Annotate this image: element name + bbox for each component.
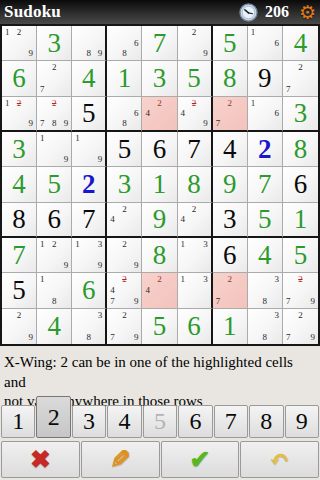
cell-r6c5[interactable]: 9: [142, 203, 177, 238]
digit-button-5[interactable]: 5: [143, 405, 177, 438]
pencil-mark-8: 8: [263, 333, 268, 342]
cell-r9c6[interactable]: 6: [178, 309, 213, 344]
cell-r2c4[interactable]: 1: [107, 61, 142, 96]
pencil-marks: 24: [142, 97, 176, 130]
cell-r6c7[interactable]: 3: [213, 203, 248, 238]
pencil-mark-1: 1: [5, 28, 10, 37]
cell-r7c7[interactable]: 6: [213, 238, 248, 273]
pencil-mark-1: 1: [75, 240, 80, 249]
pencil-mark-3: 3: [203, 240, 208, 249]
cell-r1c9[interactable]: 4: [283, 26, 318, 61]
pencil-marks: 38: [72, 309, 105, 344]
cell-r6c8[interactable]: 5: [248, 203, 283, 238]
pencil-mark-8: 8: [122, 49, 127, 58]
pencil-mark-4: 4: [110, 286, 115, 295]
pencil-mark-2: 2: [298, 311, 303, 320]
pencil-mark-2: 2: [227, 275, 232, 284]
solved-digit: 6: [187, 313, 201, 340]
red-x-icon: ✖: [30, 447, 51, 472]
pencil-mark-2: 2: [157, 275, 162, 284]
pencil-marks: 279: [107, 309, 141, 344]
cell-r6c6[interactable]: 24: [178, 203, 213, 238]
pencil-mark-1: 1: [5, 99, 10, 108]
pencil-mark-1: 1: [251, 28, 256, 37]
pencil-mark-3: 3: [274, 275, 279, 284]
solved-digit: 8: [187, 171, 201, 198]
solved-digit: 3: [12, 136, 26, 163]
cell-r8c9[interactable]: 279: [283, 273, 318, 308]
cell-r4c7[interactable]: 4: [213, 132, 248, 167]
cell-r6c3[interactable]: 7: [72, 203, 107, 238]
solved-digit: 7: [12, 242, 26, 269]
pencil-marks: 29: [178, 26, 211, 60]
cell-r9c9[interactable]: 279: [283, 309, 318, 344]
pencil-marks: 19: [72, 132, 105, 166]
cell-r4c9[interactable]: 8: [283, 132, 318, 167]
given-digit: 6: [153, 136, 167, 163]
cell-r3c4[interactable]: 68: [107, 97, 142, 132]
pencil-marks: 27: [213, 273, 247, 307]
undo-button[interactable]: ↶: [240, 441, 319, 478]
pencil-mark-4: 4: [145, 286, 150, 295]
cell-r9c2[interactable]: 4: [37, 309, 72, 344]
cell-r1c1[interactable]: 129: [2, 26, 37, 61]
cell-r9c1[interactable]: 29: [2, 309, 37, 344]
given-digit: 6: [223, 242, 237, 269]
solved-digit: 5: [223, 30, 237, 57]
pencil-mark-7: 7: [286, 297, 291, 306]
pencil-mark-7: 7: [110, 297, 115, 306]
cell-r1c6[interactable]: 29: [178, 26, 213, 61]
cell-r5c1[interactable]: 4: [2, 167, 37, 202]
pencil-marks: 29: [2, 309, 36, 344]
cell-r4c6[interactable]: 7: [178, 132, 213, 167]
given-digit: 5: [118, 136, 132, 163]
given-digit: 8: [12, 206, 26, 233]
pencil-mark-9: 9: [310, 297, 315, 306]
pencil-mark-9: 9: [64, 261, 69, 270]
pencil-mark-7: 7: [40, 85, 45, 94]
pencil-mark-9: 9: [29, 119, 34, 128]
pencil-marks: 29: [107, 238, 141, 272]
cell-r1c2[interactable]: 3: [37, 26, 72, 61]
solved-digit: 5: [47, 171, 61, 198]
pencil-marks: 139: [72, 238, 105, 272]
cell-r5c3[interactable]: 2: [72, 167, 107, 202]
pencil-marks: 129: [2, 97, 36, 130]
pencil-mark-1: 1: [40, 134, 45, 143]
pencil-mark-9: 9: [310, 333, 315, 342]
pencil-mark-7: 7: [110, 333, 115, 342]
cell-r1c5[interactable]: 7: [142, 26, 177, 61]
solved-digit: 6: [12, 65, 26, 92]
solved-digit: 8: [223, 65, 237, 92]
cell-r7c6[interactable]: 13: [178, 238, 213, 273]
solved-digit: 9: [153, 206, 167, 233]
app-title: Sudoku: [4, 2, 61, 22]
cell-r3c7[interactable]: 27: [213, 97, 248, 132]
recent-digit: 2: [82, 171, 96, 198]
cell-r4c4[interactable]: 5: [107, 132, 142, 167]
cell-r8c4[interactable]: 2479: [107, 273, 142, 308]
pencil-mark-2: 2: [227, 99, 232, 108]
pencil-marks: 24: [142, 273, 176, 307]
sudoku-board[interactable]: 1293896872951646274135892712927895682424…: [0, 24, 320, 346]
pencil-mark-2: 2: [157, 99, 162, 108]
pencil-marks: 129: [37, 238, 71, 272]
solved-digit: 9: [223, 171, 237, 198]
pencil-mark-9: 9: [98, 155, 103, 164]
cell-r3c5[interactable]: 24: [142, 97, 177, 132]
pencil-mark-9: 9: [134, 261, 139, 270]
cell-r7c4[interactable]: 29: [107, 238, 142, 273]
pencil-marks: 24: [178, 203, 211, 236]
pencil-marks: 89: [72, 26, 105, 60]
solved-digit: 5: [153, 313, 167, 340]
cell-r3c2[interactable]: 2789: [37, 97, 72, 132]
cell-r2c1[interactable]: 6: [2, 61, 37, 96]
pencil-mark-8: 8: [87, 333, 92, 342]
cell-r8c7[interactable]: 27: [213, 273, 248, 308]
pencil-mark-9: 9: [134, 297, 139, 306]
solved-digit: 5: [187, 65, 201, 92]
pencil-mark-9: 9: [203, 49, 208, 58]
solved-digit: 4: [82, 65, 96, 92]
pencil-mark-9: 9: [29, 49, 34, 58]
pencil-mark-9: 9: [64, 119, 69, 128]
pencil-mark-6: 6: [274, 39, 279, 48]
solved-digit: 1: [118, 65, 132, 92]
pencil-marks: 13: [178, 238, 211, 272]
cell-r7c9[interactable]: 5: [283, 238, 318, 273]
cell-r8c3[interactable]: 6: [72, 273, 107, 308]
pencil-mark-2: 2: [192, 28, 197, 37]
pencil-mark-8: 8: [122, 119, 127, 128]
given-digit: 7: [82, 206, 96, 233]
pencil-mark-7: 7: [286, 85, 291, 94]
cell-r9c5[interactable]: 5: [142, 309, 177, 344]
cell-r7c5[interactable]: 8: [142, 238, 177, 273]
pencil-marks: 27: [283, 61, 318, 95]
cell-r5c2[interactable]: 5: [37, 167, 72, 202]
pencil-mark-1: 1: [251, 99, 256, 108]
pencil-marks: 27: [37, 61, 71, 95]
digit-button-6[interactable]: 6: [178, 405, 212, 438]
pencil-marks: 279: [283, 273, 318, 307]
pencil-mark-3: 3: [98, 240, 103, 249]
pencil-mark-3: 3: [98, 311, 103, 320]
pencil-mark-9: 9: [203, 119, 208, 128]
solved-digit: 3: [118, 171, 132, 198]
pencil-mark-2-eliminated: 2: [122, 275, 127, 284]
cell-r2c8[interactable]: 9: [248, 61, 283, 96]
pencil-mark-4: 4: [145, 109, 150, 118]
pencil-marks: 2789: [37, 97, 71, 130]
clock-icon: [239, 3, 258, 22]
solved-digit: 3: [153, 65, 167, 92]
solved-digit: 3: [47, 30, 61, 57]
timer-counter: 206: [265, 3, 289, 21]
pencil-mark-9: 9: [64, 155, 69, 164]
digit-button-8[interactable]: 8: [249, 405, 283, 438]
digit-button-4[interactable]: 4: [107, 405, 141, 438]
cell-r4c1[interactable]: 3: [2, 132, 37, 167]
pencil-mark-2-eliminated: 2: [17, 99, 22, 108]
given-digit: 3: [223, 206, 237, 233]
pencil-mark-8: 8: [52, 297, 57, 306]
pencil-mark-8: 8: [52, 119, 57, 128]
pencil-marks: 38: [248, 309, 282, 344]
given-digit: 6: [47, 206, 61, 233]
digit-button-9[interactable]: 9: [285, 405, 319, 438]
pencil-marks: 13: [178, 273, 211, 307]
cell-r4c3[interactable]: 19: [72, 132, 107, 167]
toolbar: ✖✎✔↶: [0, 441, 320, 478]
cell-r9c8[interactable]: 38: [248, 309, 283, 344]
pencil-marks: 38: [248, 273, 282, 307]
cell-r8c5[interactable]: 24: [142, 273, 177, 308]
cell-r1c7[interactable]: 5: [213, 26, 248, 61]
given-digit: 5: [12, 277, 26, 304]
cell-r7c8[interactable]: 4: [248, 238, 283, 273]
pencil-mark-9: 9: [98, 261, 103, 270]
pencil-marks: 16: [248, 26, 282, 60]
pencil-marks: 19: [37, 132, 71, 166]
cell-r5c4[interactable]: 3: [107, 167, 142, 202]
pencil-button[interactable]: ✎: [81, 441, 160, 478]
pencil-mark-6: 6: [134, 39, 139, 48]
pencil-mark-7: 7: [216, 297, 221, 306]
green-check-icon: ✔: [189, 447, 210, 472]
cell-r8c2[interactable]: 18: [37, 273, 72, 308]
pencil-mark-1: 1: [40, 240, 45, 249]
pencil-marks: 68: [107, 26, 141, 60]
pencil-mark-2: 2: [17, 28, 22, 37]
cell-r9c3[interactable]: 38: [72, 309, 107, 344]
cell-r2c5[interactable]: 3: [142, 61, 177, 96]
pencil-mark-9: 9: [29, 333, 34, 342]
pencil-mark-4: 4: [181, 109, 186, 118]
solved-digit: 4: [258, 242, 272, 269]
cell-r5c6[interactable]: 8: [178, 167, 213, 202]
pencil-mark-2: 2: [192, 205, 197, 214]
cell-r5c7[interactable]: 9: [213, 167, 248, 202]
solved-digit: 1: [153, 171, 167, 198]
solved-digit: 7: [258, 171, 272, 198]
solved-digit: 1: [223, 313, 237, 340]
digit-button-7[interactable]: 7: [214, 405, 248, 438]
cell-r2c6[interactable]: 5: [178, 61, 213, 96]
pencil-mark-2: 2: [298, 63, 303, 72]
pencil-marks: 68: [107, 97, 141, 130]
cell-r1c3[interactable]: 89: [72, 26, 107, 61]
pencil-mark-1: 1: [181, 275, 186, 284]
cell-r5c8[interactable]: 7: [248, 167, 283, 202]
cell-r3c1[interactable]: 129: [2, 97, 37, 132]
pencil-mark-7: 7: [40, 119, 45, 128]
pencil-marks: 24: [107, 203, 141, 236]
given-digit: 9: [258, 65, 272, 92]
given-digit: 7: [187, 136, 201, 163]
solved-digit: 7: [153, 30, 167, 57]
number-pad: 123456789: [0, 396, 320, 438]
cell-r2c2[interactable]: 27: [37, 61, 72, 96]
pencil-mark-7: 7: [286, 333, 291, 342]
cell-r7c2[interactable]: 129: [37, 238, 72, 273]
pencil-mark-1: 1: [181, 240, 186, 249]
solved-digit: 4: [12, 171, 26, 198]
solved-digit: 1: [294, 206, 308, 233]
cell-r2c3[interactable]: 4: [72, 61, 107, 96]
cell-r6c2[interactable]: 6: [37, 203, 72, 238]
pencil-mark-2: 2: [52, 63, 57, 72]
pencil-marks: 27: [213, 97, 247, 130]
pencil-mark-2: 2: [52, 240, 57, 249]
pencil-mark-1: 1: [40, 275, 45, 284]
digit-button-1[interactable]: 1: [1, 405, 35, 438]
pencil-icon: ✎: [110, 447, 131, 472]
title-bar: Sudoku 206 ⚙: [0, 0, 320, 24]
check-button[interactable]: ✔: [161, 441, 240, 478]
pencil-mark-6: 6: [274, 109, 279, 118]
cell-r9c7[interactable]: 1: [213, 309, 248, 344]
cell-r3c3[interactable]: 5: [72, 97, 107, 132]
cell-r6c4[interactable]: 24: [107, 203, 142, 238]
undo-arrow-icon: ↶: [269, 447, 290, 472]
recent-digit: 2: [258, 136, 272, 163]
pencil-mark-2: 2: [17, 311, 22, 320]
cell-r1c8[interactable]: 16: [248, 26, 283, 61]
cell-r1c4[interactable]: 68: [107, 26, 142, 61]
pencil-marks: 129: [2, 26, 36, 60]
given-digit: 4: [223, 136, 237, 163]
solved-digit: 8: [153, 242, 167, 269]
solved-digit: 5: [294, 242, 308, 269]
pencil-mark-8: 8: [263, 297, 268, 306]
cell-r3c9[interactable]: 3: [283, 97, 318, 132]
delete-button[interactable]: ✖: [1, 441, 80, 478]
pencil-mark-2-eliminated: 2: [298, 275, 303, 284]
cell-r3c6[interactable]: 249: [178, 97, 213, 132]
pencil-mark-2-eliminated: 2: [52, 99, 57, 108]
pencil-mark-7: 7: [216, 119, 221, 128]
pencil-marks: 16: [248, 97, 282, 130]
solved-digit: 4: [47, 313, 61, 340]
cell-r6c1[interactable]: 8: [2, 203, 37, 238]
solved-digit: 6: [82, 277, 96, 304]
pencil-mark-4: 4: [181, 215, 186, 224]
pencil-marks: 2479: [107, 273, 141, 307]
pencil-marks: 279: [283, 309, 318, 344]
given-digit: 5: [82, 100, 96, 127]
cell-r6c9[interactable]: 1: [283, 203, 318, 238]
digit-button-3[interactable]: 3: [72, 405, 106, 438]
pencil-mark-9: 9: [134, 333, 139, 342]
cell-r2c9[interactable]: 27: [283, 61, 318, 96]
cell-r7c1[interactable]: 7: [2, 238, 37, 273]
pencil-mark-2: 2: [122, 240, 127, 249]
pencil-mark-4: 4: [110, 215, 115, 224]
pencil-mark-8: 8: [87, 49, 92, 58]
pencil-mark-2: 2: [122, 205, 127, 214]
cell-r8c8[interactable]: 38: [248, 273, 283, 308]
pencil-marks: 249: [178, 97, 211, 130]
pencil-mark-9: 9: [98, 49, 103, 58]
pencil-mark-3: 3: [203, 275, 208, 284]
cell-r4c2[interactable]: 19: [37, 132, 72, 167]
cell-r3c8[interactable]: 16: [248, 97, 283, 132]
cell-r4c8[interactable]: 2: [248, 132, 283, 167]
cell-r5c5[interactable]: 1: [142, 167, 177, 202]
pencil-marks: 18: [37, 273, 71, 307]
cell-r9c4[interactable]: 279: [107, 309, 142, 344]
pencil-mark-3: 3: [274, 311, 279, 320]
cell-r5c9[interactable]: 6: [283, 167, 318, 202]
pencil-mark-1: 1: [75, 134, 80, 143]
solved-digit: 5: [258, 206, 272, 233]
pencil-mark-6: 6: [134, 109, 139, 118]
solved-digit: 4: [294, 30, 308, 57]
solved-digit: 8: [294, 136, 308, 163]
cell-r8c6[interactable]: 13: [178, 273, 213, 308]
cell-r7c3[interactable]: 139: [72, 238, 107, 273]
digit-button-2[interactable]: 2: [36, 396, 70, 438]
cell-r2c7[interactable]: 8: [213, 61, 248, 96]
solved-digit: 3: [294, 100, 308, 127]
pencil-mark-2-eliminated: 2: [192, 99, 197, 108]
pencil-mark-2: 2: [122, 311, 127, 320]
cell-r8c1[interactable]: 5: [2, 273, 37, 308]
cell-r4c5[interactable]: 6: [142, 132, 177, 167]
given-digit: 6: [294, 171, 308, 198]
gear-icon[interactable]: ⚙: [299, 3, 316, 22]
